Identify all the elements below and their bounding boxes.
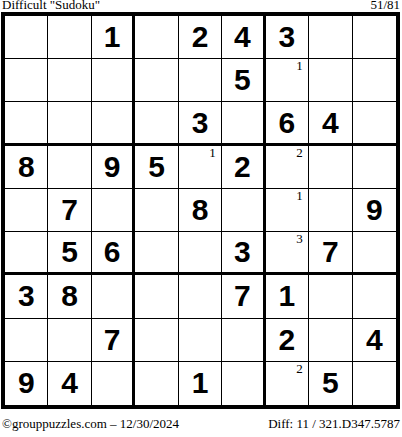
cell-r5c7[interactable]: 1 [266, 189, 309, 232]
cell-r6c9[interactable] [353, 232, 396, 275]
given-digit: 5 [234, 65, 251, 95]
cell-r2c5[interactable] [179, 59, 222, 102]
cell-r6c7[interactable]: 3 [266, 232, 309, 275]
cell-r2c6[interactable]: 5 [222, 59, 265, 102]
cell-r4c8[interactable] [309, 146, 352, 189]
cell-r9c2[interactable]: 4 [48, 362, 91, 405]
cell-r2c2[interactable] [48, 59, 91, 102]
cell-r8c1[interactable] [5, 319, 48, 362]
given-digit: 1 [279, 281, 296, 311]
cell-r3c6[interactable] [222, 102, 265, 145]
cell-r5c1[interactable] [5, 189, 48, 232]
cell-r3c4[interactable] [135, 102, 178, 145]
cell-r4c2[interactable] [48, 146, 91, 189]
given-digit: 3 [18, 281, 35, 311]
cell-r4c4[interactable]: 5 [135, 146, 178, 189]
cell-r3c9[interactable] [353, 102, 396, 145]
pencil-mark: 1 [209, 146, 216, 160]
given-digit: 7 [234, 281, 251, 311]
footer: ©grouppuzzles.com – 12/30/2024 Diff: 11 … [2, 416, 400, 432]
cell-r1c4[interactable] [135, 16, 178, 59]
cell-r5c9[interactable]: 9 [353, 189, 396, 232]
cell-r8c9[interactable]: 4 [353, 319, 396, 362]
cell-r2c4[interactable] [135, 59, 178, 102]
cell-r3c7[interactable]: 6 [266, 102, 309, 145]
given-digit: 7 [61, 195, 78, 225]
given-digit: 6 [279, 108, 296, 138]
given-digit: 3 [234, 237, 251, 267]
cell-r8c7[interactable]: 2 [266, 319, 309, 362]
cell-r2c8[interactable] [309, 59, 352, 102]
cell-r6c6[interactable]: 3 [222, 232, 265, 275]
cell-r4c5[interactable]: 1 [179, 146, 222, 189]
given-digit: 1 [192, 368, 209, 398]
cell-r3c8[interactable]: 4 [309, 102, 352, 145]
cell-r6c1[interactable] [5, 232, 48, 275]
cell-r3c2[interactable] [48, 102, 91, 145]
cell-r4c7[interactable]: 2 [266, 146, 309, 189]
given-digit: 8 [18, 152, 35, 182]
cell-r9c7[interactable]: 2 [266, 362, 309, 405]
pencil-mark: 1 [296, 59, 303, 73]
given-digit: 2 [234, 152, 251, 182]
cell-r9c4[interactable] [135, 362, 178, 405]
cell-r1c6[interactable]: 4 [222, 16, 265, 59]
given-digit: 6 [104, 237, 121, 267]
pencil-mark: 2 [296, 362, 303, 376]
given-digit: 4 [61, 368, 78, 398]
cell-r9c6[interactable] [222, 362, 265, 405]
given-digit: 2 [279, 325, 296, 355]
given-digit: 7 [104, 325, 121, 355]
given-digit: 2 [192, 22, 209, 52]
cell-r7c3[interactable] [92, 275, 135, 318]
cell-r4c1[interactable]: 8 [5, 146, 48, 189]
cell-r8c4[interactable] [135, 319, 178, 362]
cell-r8c2[interactable] [48, 319, 91, 362]
given-digit: 9 [366, 195, 383, 225]
cell-r5c5[interactable]: 8 [179, 189, 222, 232]
given-digit: 8 [192, 195, 209, 225]
given-digit: 7 [322, 237, 339, 267]
cell-r9c1[interactable]: 9 [5, 362, 48, 405]
cell-r8c5[interactable] [179, 319, 222, 362]
cell-r7c9[interactable] [353, 275, 396, 318]
cell-r1c1[interactable] [5, 16, 48, 59]
given-digit: 3 [192, 108, 209, 138]
cell-r7c8[interactable] [309, 275, 352, 318]
cell-r4c6[interactable]: 2 [222, 146, 265, 189]
cell-r5c8[interactable] [309, 189, 352, 232]
cell-r5c3[interactable] [92, 189, 135, 232]
cell-r7c6[interactable]: 7 [222, 275, 265, 318]
given-digit: 4 [234, 22, 251, 52]
copyright-date: ©grouppuzzles.com – 12/30/2024 [2, 416, 179, 432]
given-digit: 8 [61, 281, 78, 311]
cell-r8c3[interactable]: 7 [92, 319, 135, 362]
given-digit: 3 [279, 22, 296, 52]
cell-r1c8[interactable] [309, 16, 352, 59]
cell-r5c6[interactable] [222, 189, 265, 232]
cell-r1c2[interactable] [48, 16, 91, 59]
cell-r1c3[interactable]: 1 [92, 16, 135, 59]
cell-r2c1[interactable] [5, 59, 48, 102]
pencil-mark: 2 [296, 146, 303, 160]
given-digit: 9 [18, 368, 35, 398]
cell-r9c3[interactable] [92, 362, 135, 405]
cell-r6c8[interactable]: 7 [309, 232, 352, 275]
pencil-mark: 3 [296, 232, 303, 246]
given-digit: 5 [148, 152, 165, 182]
cell-r5c4[interactable] [135, 189, 178, 232]
pencil-mark: 1 [296, 189, 303, 203]
cell-r4c3[interactable]: 9 [92, 146, 135, 189]
cell-r5c2[interactable]: 7 [48, 189, 91, 232]
given-digit: 5 [61, 237, 78, 267]
cell-r1c7[interactable]: 3 [266, 16, 309, 59]
given-digit: 5 [322, 368, 339, 398]
sudoku-board: 124351364895122781956337387172494125 [1, 12, 400, 409]
difficulty-info: Diff: 11 / 321.D347.5787 [268, 416, 400, 432]
cell-r6c3[interactable]: 6 [92, 232, 135, 275]
cell-r3c1[interactable] [5, 102, 48, 145]
cell-r7c2[interactable]: 8 [48, 275, 91, 318]
cell-r9c5[interactable]: 1 [179, 362, 222, 405]
cell-r9c8[interactable]: 5 [309, 362, 352, 405]
cell-r2c3[interactable] [92, 59, 135, 102]
cell-r3c5[interactable]: 3 [179, 102, 222, 145]
sudoku-page: Difficult "Sudoku" 51/81 124351364895122… [0, 0, 402, 437]
cell-r2c7[interactable]: 1 [266, 59, 309, 102]
cell-r1c9[interactable] [353, 16, 396, 59]
cell-r7c1[interactable]: 3 [5, 275, 48, 318]
cell-r7c4[interactable] [135, 275, 178, 318]
given-digit: 4 [366, 325, 383, 355]
given-digit: 1 [104, 22, 121, 52]
cell-r6c2[interactable]: 5 [48, 232, 91, 275]
cell-r1c5[interactable]: 2 [179, 16, 222, 59]
given-digit: 4 [322, 108, 339, 138]
cell-r9c9[interactable] [353, 362, 396, 405]
cell-r6c4[interactable] [135, 232, 178, 275]
cell-r7c7[interactable]: 1 [266, 275, 309, 318]
cell-r6c5[interactable] [179, 232, 222, 275]
cell-r3c3[interactable] [92, 102, 135, 145]
cell-r8c6[interactable] [222, 319, 265, 362]
given-digit: 9 [104, 152, 121, 182]
cell-r2c9[interactable] [353, 59, 396, 102]
cell-r7c5[interactable] [179, 275, 222, 318]
cell-r4c9[interactable] [353, 146, 396, 189]
cell-r8c8[interactable] [309, 319, 352, 362]
